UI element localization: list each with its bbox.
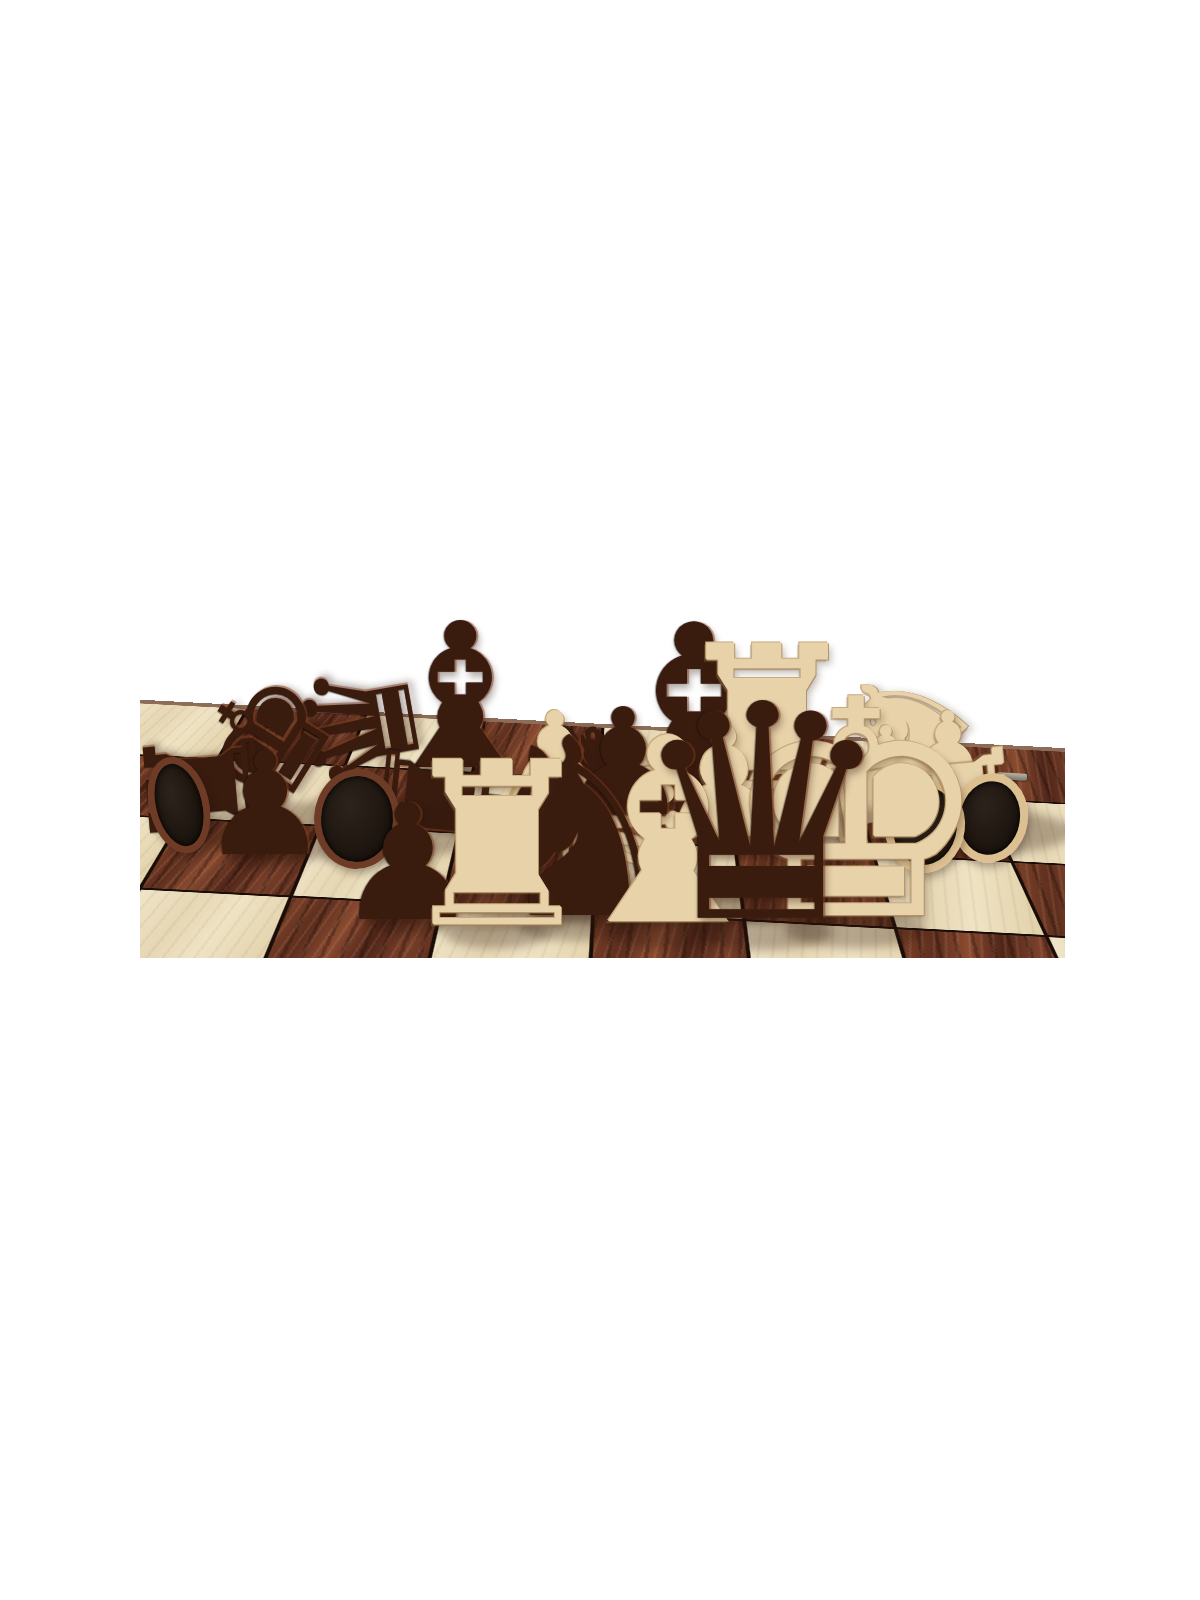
dark-pawn: ♟ [201,733,329,876]
page: ♟♟♝♜♞♟♟♝♝♟♜♛♚♟♟♜♚♛♜♞♛♝♞♜♜ [0,0,1200,1600]
chess-set-photo: ♟♟♝♜♞♟♟♝♝♟♜♛♚♟♟♜♚♛♜♞♛♝♞♜♜ [140,600,1065,958]
dark-queen: ♛ [628,666,895,958]
board-square [140,890,288,958]
light-rook: ♜ [395,732,599,958]
